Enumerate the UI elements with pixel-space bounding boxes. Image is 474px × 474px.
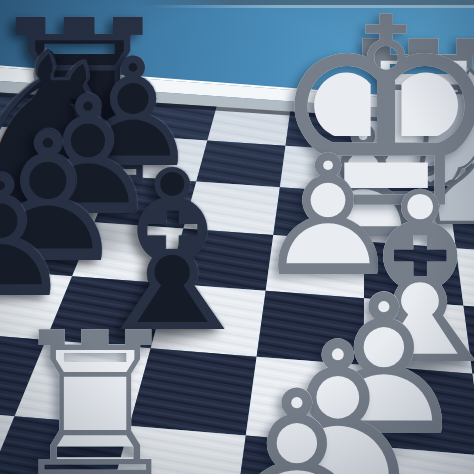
white-rook-contour: ♖	[5, 306, 184, 474]
white-rook-d1[interactable]: ♜♖	[5, 306, 184, 474]
chess-scene: ♞♘♜♖♟♙♟♙♟♙♝♗♟♙♚♔♜♖♞♘♟♙♟♙♝♗♟♙♟♙♟♙♜♖	[0, 0, 474, 474]
white-pawn-e1[interactable]: ♟♙	[210, 365, 384, 474]
white-pawn-contour: ♙	[210, 365, 384, 474]
